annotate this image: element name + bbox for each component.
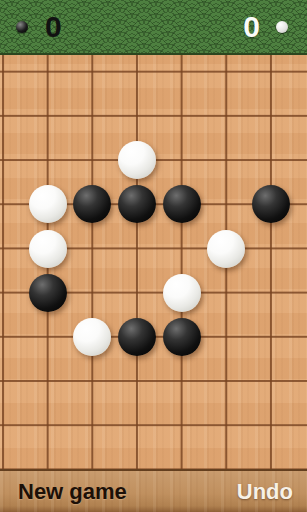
white-score-group: 0 bbox=[243, 12, 288, 42]
white-stone bbox=[118, 141, 156, 179]
black-score-group: 0 bbox=[16, 12, 62, 42]
new-game-button[interactable]: New game bbox=[18, 481, 127, 503]
undo-button[interactable]: Undo bbox=[237, 481, 293, 503]
white-stone-icon bbox=[276, 21, 288, 33]
black-stone bbox=[118, 185, 156, 223]
black-stone bbox=[118, 318, 156, 356]
white-stone bbox=[207, 230, 245, 268]
app-screen: 0 0 New game Undo bbox=[0, 0, 307, 512]
black-stone bbox=[73, 185, 111, 223]
score-bar: 0 0 bbox=[0, 0, 307, 55]
go-board[interactable] bbox=[0, 55, 307, 469]
white-stone bbox=[29, 230, 67, 268]
black-stone-icon bbox=[16, 21, 28, 33]
black-stone bbox=[163, 318, 201, 356]
action-bar: New game Undo bbox=[0, 469, 307, 512]
black-score: 0 bbox=[45, 12, 62, 42]
black-stone bbox=[163, 185, 201, 223]
black-stone bbox=[29, 274, 67, 312]
white-stone bbox=[73, 318, 111, 356]
white-score: 0 bbox=[243, 12, 260, 42]
white-stone bbox=[163, 274, 201, 312]
black-stone bbox=[252, 185, 290, 223]
white-stone bbox=[29, 185, 67, 223]
